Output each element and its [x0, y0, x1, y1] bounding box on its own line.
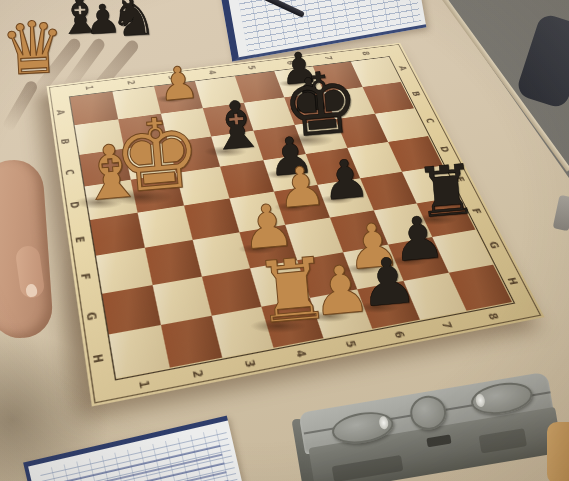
chess-clock [289, 350, 569, 481]
piece-black-bishop-c4[interactable]: ♝ [202, 91, 273, 162]
captured-piece-by-clock [547, 422, 569, 481]
piece-white-bishop-d1[interactable]: ♝ [71, 133, 151, 213]
tournament-scene: 1122334455667788AABBCCDDEEFFGGHH ♛♝♟♞ ♚♝… [0, 0, 569, 481]
button-highlight [475, 393, 486, 407]
binder-clip [553, 195, 569, 232]
captured-black-knight[interactable]: ♞ [106, 0, 161, 44]
piece-white-rook-h4[interactable]: ♜ [246, 245, 338, 337]
button-highlight [378, 416, 389, 430]
